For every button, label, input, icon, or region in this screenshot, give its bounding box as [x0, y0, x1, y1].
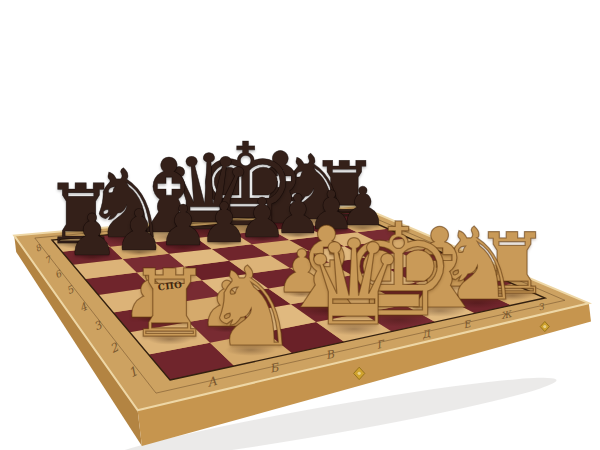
clasp-pin-icon [543, 325, 546, 328]
chess-photo-scene: АБВГДЕЖЗ12345678 ♜♞♝♛♚♝♞♜♟♟♟♟♟♟♟♟♟♟♜СПО♟… [0, 0, 600, 450]
clasp-pin-icon [358, 372, 361, 375]
chess-board [0, 0, 600, 450]
